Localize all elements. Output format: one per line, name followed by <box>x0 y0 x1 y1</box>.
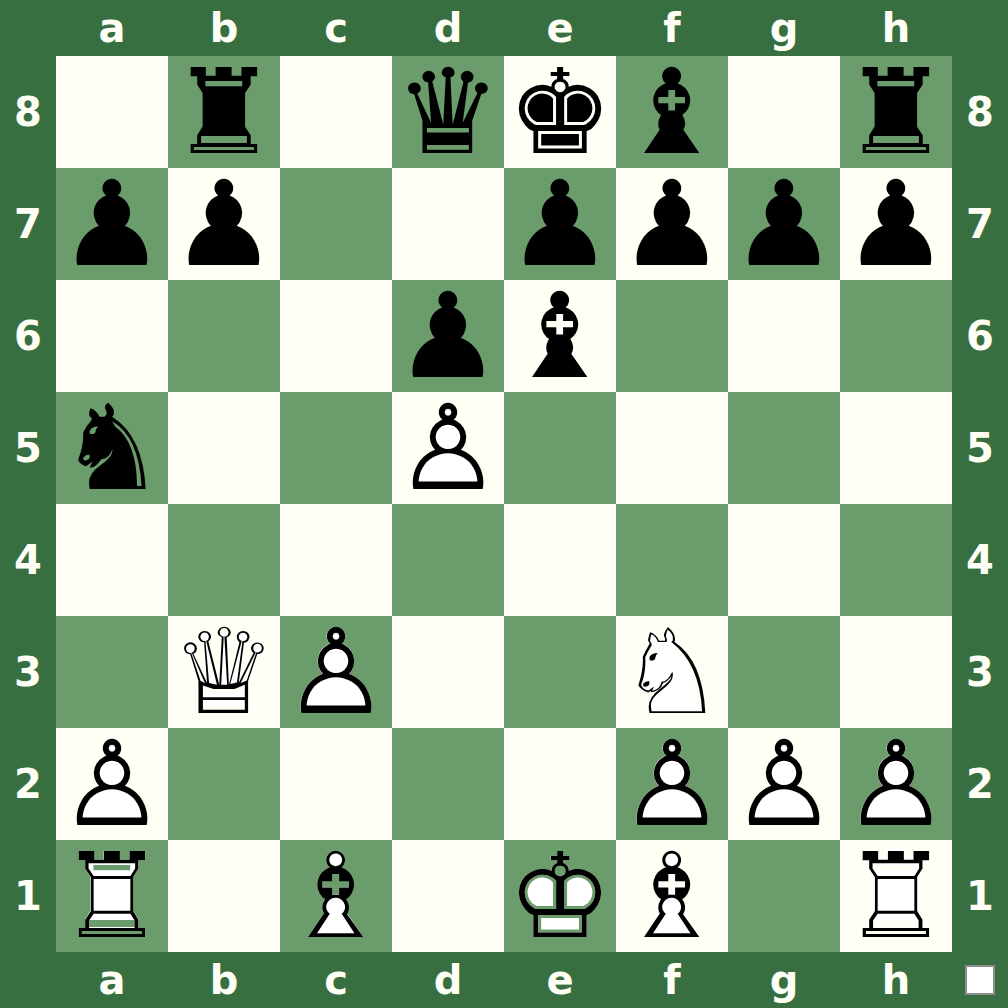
piece-glyph: ♟ <box>56 168 168 280</box>
black-pawn[interactable]: ♟ <box>840 168 952 280</box>
piece-glyph: ♟ <box>392 280 504 392</box>
side-to-move-indicator-white <box>965 965 995 995</box>
piece-fill-layer: ♝ <box>616 840 728 952</box>
piece-glyph: ♚ <box>504 56 616 168</box>
square-g7[interactable]: ♟ <box>728 168 840 280</box>
square-b8[interactable]: ♜ <box>168 56 280 168</box>
piece-glyph: ♗ <box>616 840 728 952</box>
piece-fill-layer: ♝ <box>280 840 392 952</box>
square-f4[interactable] <box>616 504 728 616</box>
piece-glyph: ♟ <box>728 168 840 280</box>
square-d4[interactable] <box>392 504 504 616</box>
file-label-g-top: g <box>728 0 840 56</box>
square-g5[interactable] <box>728 392 840 504</box>
black-pawn[interactable]: ♟ <box>168 168 280 280</box>
piece-glyph: ♙ <box>392 392 504 504</box>
square-a2[interactable]: ♟♙ <box>56 728 168 840</box>
square-c2[interactable] <box>280 728 392 840</box>
square-a7[interactable]: ♟ <box>56 168 168 280</box>
rank-label-5-left: 5 <box>0 392 56 504</box>
white-rook[interactable]: ♜♖ <box>840 840 952 952</box>
square-d2[interactable] <box>392 728 504 840</box>
piece-glyph: ♙ <box>840 728 952 840</box>
square-b3[interactable]: ♛♕ <box>168 616 280 728</box>
piece-glyph: ♕ <box>168 616 280 728</box>
rank-label-5-right: 5 <box>952 392 1008 504</box>
piece-glyph: ♟ <box>504 168 616 280</box>
rank-label-8-left: 8 <box>0 56 56 168</box>
piece-glyph: ♞ <box>56 392 168 504</box>
file-label-f-bottom: f <box>616 952 728 1008</box>
square-d1[interactable] <box>392 840 504 952</box>
piece-glyph: ♙ <box>280 616 392 728</box>
white-queen[interactable]: ♛♕ <box>168 616 280 728</box>
square-f5[interactable] <box>616 392 728 504</box>
square-b4[interactable] <box>168 504 280 616</box>
square-c8[interactable] <box>280 56 392 168</box>
square-h5[interactable] <box>840 392 952 504</box>
white-pawn[interactable]: ♟♙ <box>56 728 168 840</box>
white-bishop[interactable]: ♝♗ <box>616 840 728 952</box>
piece-fill-layer: ♜ <box>840 840 952 952</box>
black-rook[interactable]: ♜ <box>840 56 952 168</box>
file-label-b-top: b <box>168 0 280 56</box>
square-d5[interactable]: ♟♙ <box>392 392 504 504</box>
file-label-h-top: h <box>840 0 952 56</box>
white-king[interactable]: ♚♔ <box>504 840 616 952</box>
piece-fill-layer: ♞ <box>616 616 728 728</box>
square-h7[interactable]: ♟ <box>840 168 952 280</box>
piece-fill-layer: ♟ <box>616 728 728 840</box>
square-h8[interactable]: ♜ <box>840 56 952 168</box>
piece-fill-layer: ♛ <box>168 616 280 728</box>
file-label-f-top: f <box>616 0 728 56</box>
piece-glyph: ♗ <box>280 840 392 952</box>
piece-glyph: ♖ <box>840 840 952 952</box>
piece-fill-layer: ♚ <box>504 840 616 952</box>
square-d8[interactable]: ♛ <box>392 56 504 168</box>
white-pawn[interactable]: ♟♙ <box>616 728 728 840</box>
black-pawn[interactable]: ♟ <box>504 168 616 280</box>
square-e1[interactable]: ♚♔ <box>504 840 616 952</box>
square-a1[interactable]: ♜♖ <box>56 840 168 952</box>
rank-label-6-right: 6 <box>952 280 1008 392</box>
square-c6[interactable] <box>280 280 392 392</box>
black-rook[interactable]: ♜ <box>168 56 280 168</box>
piece-glyph: ♔ <box>504 840 616 952</box>
piece-glyph: ♟ <box>168 168 280 280</box>
black-pawn[interactable]: ♟ <box>728 168 840 280</box>
square-e3[interactable] <box>504 616 616 728</box>
square-b2[interactable] <box>168 728 280 840</box>
piece-glyph: ♛ <box>392 56 504 168</box>
file-label-e-bottom: e <box>504 952 616 1008</box>
square-c7[interactable] <box>280 168 392 280</box>
square-h4[interactable] <box>840 504 952 616</box>
file-label-d-top: d <box>392 0 504 56</box>
black-pawn[interactable]: ♟ <box>392 280 504 392</box>
piece-glyph: ♙ <box>616 728 728 840</box>
square-f8[interactable]: ♝ <box>616 56 728 168</box>
rank-label-3-left: 3 <box>0 616 56 728</box>
piece-glyph: ♝ <box>616 56 728 168</box>
square-g8[interactable] <box>728 56 840 168</box>
square-a4[interactable] <box>56 504 168 616</box>
board-corner <box>952 0 1008 56</box>
square-f2[interactable]: ♟♙ <box>616 728 728 840</box>
square-f7[interactable]: ♟ <box>616 168 728 280</box>
square-f6[interactable] <box>616 280 728 392</box>
piece-glyph: ♟ <box>840 168 952 280</box>
square-g4[interactable] <box>728 504 840 616</box>
white-knight[interactable]: ♞♘ <box>616 616 728 728</box>
black-king[interactable]: ♚ <box>504 56 616 168</box>
square-g6[interactable] <box>728 280 840 392</box>
black-bishop[interactable]: ♝ <box>616 56 728 168</box>
piece-glyph: ♙ <box>56 728 168 840</box>
rank-label-2-right: 2 <box>952 728 1008 840</box>
square-d3[interactable] <box>392 616 504 728</box>
square-e8[interactable]: ♚ <box>504 56 616 168</box>
piece-glyph: ♖ <box>56 840 168 952</box>
file-label-b-bottom: b <box>168 952 280 1008</box>
black-queen[interactable]: ♛ <box>392 56 504 168</box>
square-e6[interactable]: ♝ <box>504 280 616 392</box>
file-label-a-bottom: a <box>56 952 168 1008</box>
square-e4[interactable] <box>504 504 616 616</box>
square-f1[interactable]: ♝♗ <box>616 840 728 952</box>
file-label-c-top: c <box>280 0 392 56</box>
board-corner <box>952 952 1008 1008</box>
piece-glyph: ♜ <box>168 56 280 168</box>
piece-glyph: ♙ <box>728 728 840 840</box>
piece-fill-layer: ♟ <box>840 728 952 840</box>
square-b1[interactable] <box>168 840 280 952</box>
square-h6[interactable] <box>840 280 952 392</box>
piece-fill-layer: ♟ <box>280 616 392 728</box>
file-label-e-top: e <box>504 0 616 56</box>
piece-fill-layer: ♟ <box>56 728 168 840</box>
square-h1[interactable]: ♜♖ <box>840 840 952 952</box>
piece-glyph: ♘ <box>616 616 728 728</box>
file-label-a-top: a <box>56 0 168 56</box>
black-pawn[interactable]: ♟ <box>616 168 728 280</box>
black-bishop[interactable]: ♝ <box>504 280 616 392</box>
square-e2[interactable] <box>504 728 616 840</box>
square-f3[interactable]: ♞♘ <box>616 616 728 728</box>
file-label-d-bottom: d <box>392 952 504 1008</box>
white-bishop[interactable]: ♝♗ <box>280 840 392 952</box>
square-a6[interactable] <box>56 280 168 392</box>
piece-fill-layer: ♟ <box>728 728 840 840</box>
file-label-c-bottom: c <box>280 952 392 1008</box>
piece-fill-layer: ♟ <box>392 392 504 504</box>
board-corner <box>0 0 56 56</box>
white-pawn[interactable]: ♟♙ <box>280 616 392 728</box>
square-c4[interactable] <box>280 504 392 616</box>
rank-label-7-right: 7 <box>952 168 1008 280</box>
rank-label-7-left: 7 <box>0 168 56 280</box>
square-g1[interactable] <box>728 840 840 952</box>
white-pawn[interactable]: ♟♙ <box>728 728 840 840</box>
chess-diagram: abcdefgh8♜♛♚♝♜87♟♟♟♟♟♟76♟♝65♞♟♙5443♛♕♟♙♞… <box>0 0 1008 1008</box>
rank-label-2-left: 2 <box>0 728 56 840</box>
square-b6[interactable] <box>168 280 280 392</box>
rank-label-1-left: 1 <box>0 840 56 952</box>
square-e7[interactable]: ♟ <box>504 168 616 280</box>
rank-label-3-right: 3 <box>952 616 1008 728</box>
piece-glyph: ♝ <box>504 280 616 392</box>
piece-glyph: ♜ <box>840 56 952 168</box>
piece-glyph: ♟ <box>616 168 728 280</box>
square-h3[interactable] <box>840 616 952 728</box>
piece-fill-layer: ♜ <box>56 840 168 952</box>
rank-label-4-right: 4 <box>952 504 1008 616</box>
square-a8[interactable] <box>56 56 168 168</box>
white-pawn[interactable]: ♟♙ <box>840 728 952 840</box>
square-d6[interactable]: ♟ <box>392 280 504 392</box>
square-a3[interactable] <box>56 616 168 728</box>
square-b7[interactable]: ♟ <box>168 168 280 280</box>
white-pawn[interactable]: ♟♙ <box>392 392 504 504</box>
square-c5[interactable] <box>280 392 392 504</box>
rank-label-1-right: 1 <box>952 840 1008 952</box>
square-c3[interactable]: ♟♙ <box>280 616 392 728</box>
square-d7[interactable] <box>392 168 504 280</box>
black-knight[interactable]: ♞ <box>56 392 168 504</box>
square-e5[interactable] <box>504 392 616 504</box>
square-c1[interactable]: ♝♗ <box>280 840 392 952</box>
square-g2[interactable]: ♟♙ <box>728 728 840 840</box>
square-a5[interactable]: ♞ <box>56 392 168 504</box>
rank-label-8-right: 8 <box>952 56 1008 168</box>
file-label-h-bottom: h <box>840 952 952 1008</box>
black-pawn[interactable]: ♟ <box>56 168 168 280</box>
square-b5[interactable] <box>168 392 280 504</box>
square-g3[interactable] <box>728 616 840 728</box>
square-h2[interactable]: ♟♙ <box>840 728 952 840</box>
file-label-g-bottom: g <box>728 952 840 1008</box>
rank-label-6-left: 6 <box>0 280 56 392</box>
white-rook[interactable]: ♜♖ <box>56 840 168 952</box>
board-corner <box>0 952 56 1008</box>
rank-label-4-left: 4 <box>0 504 56 616</box>
